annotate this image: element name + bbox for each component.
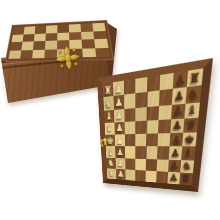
chess-piece-black-pawn: ♟ <box>171 134 181 145</box>
chess-piece-white-rook: ♜ <box>108 169 115 178</box>
board-cell <box>135 146 146 158</box>
board-cell <box>158 119 171 133</box>
chess-piece-white-pawn: ♟ <box>117 170 124 179</box>
board-cell: ♝ <box>181 147 195 161</box>
box-top-cell <box>81 31 94 40</box>
board-cell: ♟ <box>169 146 182 159</box>
board-cell <box>125 146 135 158</box>
box-top-cell <box>95 47 110 57</box>
product-photo: ♜♟♟♜♞♟♟♞♝♟♟♝♛♟♟♛♚♟♟♚♝♟♟♝♞♟♟♞♜♟♟♜ <box>0 0 220 220</box>
board-cell: ♟ <box>114 109 125 123</box>
board-cell <box>146 120 158 134</box>
board-cell: ♟ <box>170 133 184 147</box>
board-cell: ♛ <box>183 118 198 133</box>
chess-piece-black-pawn: ♟ <box>175 73 187 87</box>
box-top-cell <box>57 25 69 33</box>
board-cell <box>160 73 174 91</box>
board-cell: ♟ <box>113 81 124 97</box>
board-cell: ♟ <box>114 122 124 135</box>
board-cell <box>124 94 135 109</box>
board-cell <box>146 159 157 171</box>
brass-hook-icon <box>98 136 108 149</box>
open-chess-board: ♜♟♟♜♞♟♟♞♝♟♟♝♛♟♟♛♚♟♟♚♝♟♟♝♞♟♟♞♜♟♟♜ <box>97 58 213 192</box>
chess-piece-white-pawn: ♟ <box>116 123 124 133</box>
board-cell <box>125 158 135 170</box>
chess-piece-black-rook: ♜ <box>189 71 202 86</box>
board-cell <box>135 170 145 182</box>
board-cell <box>135 92 147 107</box>
chess-piece-white-king: ♚ <box>106 136 114 145</box>
chess-piece-white-rook: ♜ <box>104 84 112 96</box>
board-cell: ♜ <box>107 168 116 179</box>
chess-piece-black-pawn: ♟ <box>170 161 180 171</box>
chess-piece-black-pawn: ♟ <box>173 105 184 117</box>
board-cell <box>135 107 147 121</box>
board-cell: ♟ <box>171 103 185 119</box>
board-cell: ♞ <box>180 160 194 173</box>
board-cell: ♟ <box>168 159 181 172</box>
board-cell <box>146 133 158 146</box>
board-cell: ♟ <box>167 172 180 185</box>
chess-piece-white-pawn: ♟ <box>116 148 124 157</box>
board-cell: ♟ <box>172 87 187 104</box>
board-cell <box>147 75 160 92</box>
chess-piece-black-pawn: ♟ <box>172 120 183 131</box>
board-cell <box>157 146 169 159</box>
chess-piece-white-pawn: ♟ <box>115 110 123 121</box>
box-top-cell <box>82 48 96 57</box>
board-cell: ♜ <box>103 82 114 97</box>
board-cell <box>125 134 136 146</box>
chess-piece-black-bishop: ♝ <box>186 104 198 117</box>
board-cell <box>124 108 135 122</box>
chess-piece-black-pawn: ♟ <box>169 173 179 183</box>
chess-piece-black-pawn: ♟ <box>174 89 185 102</box>
chess-piece-black-bishop: ♝ <box>183 148 194 158</box>
board-cell: ♟ <box>115 134 125 146</box>
chess-piece-white-knight: ♞ <box>105 98 113 109</box>
board-cell: ♝ <box>104 109 114 122</box>
chess-piece-black-king: ♚ <box>184 134 195 145</box>
board-cell <box>157 159 169 172</box>
board-cell: ♟ <box>173 71 188 89</box>
chess-piece-white-knight: ♞ <box>107 159 114 168</box>
chess-piece-white-pawn: ♟ <box>114 82 122 94</box>
chess-piece-black-rook: ♜ <box>181 174 191 184</box>
board-cell: ♜ <box>179 172 193 185</box>
board-cell <box>147 91 160 107</box>
chess-piece-white-pawn: ♟ <box>117 159 124 168</box>
chess-piece-black-queen: ♛ <box>185 119 197 131</box>
chess-piece-black-knight: ♞ <box>182 161 193 171</box>
chess-piece-black-pawn: ♟ <box>170 148 180 158</box>
board-cell <box>135 120 146 134</box>
board-cell: ♞ <box>186 86 202 104</box>
board-cell <box>125 121 136 134</box>
chess-piece-white-bishop: ♝ <box>105 111 113 121</box>
brass-clasp-icon <box>55 45 81 71</box>
chess-piece-white-pawn: ♟ <box>116 136 124 145</box>
board-cell <box>124 79 135 95</box>
box-top-cell <box>23 34 35 42</box>
box-top-cell <box>20 50 33 59</box>
board-cell <box>159 104 172 119</box>
board-cell: ♜ <box>187 68 204 87</box>
box-top-cell <box>32 49 45 58</box>
chess-piece-black-knight: ♞ <box>187 88 199 102</box>
board-cell <box>146 146 158 159</box>
board-cell: ♚ <box>182 132 197 146</box>
board-cell: ♟ <box>115 146 125 158</box>
board-cell <box>135 77 147 94</box>
box-top-cell <box>94 39 108 48</box>
board-cell <box>156 171 168 183</box>
board-cell: ♞ <box>103 96 114 110</box>
chess-piece-white-queen: ♛ <box>106 124 114 134</box>
board-cell <box>135 158 146 170</box>
board-cell <box>158 133 171 146</box>
board-cell: ♞ <box>106 157 116 168</box>
board-cell: ♟ <box>170 118 184 133</box>
board-cell <box>159 89 173 106</box>
board-cell <box>135 134 146 147</box>
chess-piece-white-bishop: ♝ <box>107 148 114 157</box>
box-top-cell <box>82 39 96 48</box>
board-cell <box>125 169 135 181</box>
board-cell: ♛ <box>105 122 115 135</box>
board-cell: ♟ <box>116 169 126 180</box>
board-cell: ♟ <box>116 158 126 169</box>
board-cell <box>147 106 159 121</box>
board-grid: ♜♟♟♜♞♟♟♞♝♟♟♝♛♟♟♛♚♟♟♚♝♟♟♝♞♟♟♞♜♟♟♜ <box>103 68 204 185</box>
box-top-cell <box>69 32 82 40</box>
box-top-cell <box>8 50 21 59</box>
board-cell <box>146 170 157 182</box>
chess-piece-white-pawn: ♟ <box>115 97 123 108</box>
board-cell: ♝ <box>184 102 200 118</box>
board-cell: ♟ <box>113 95 124 110</box>
